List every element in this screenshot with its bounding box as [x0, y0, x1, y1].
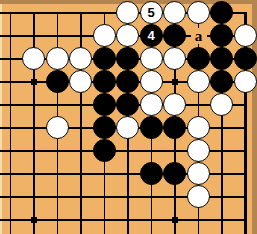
- white-stone-move-5: 5: [140, 1, 163, 24]
- black-stone: [163, 162, 186, 185]
- white-stone: [187, 139, 210, 162]
- white-stone: [187, 116, 210, 139]
- black-stone: [93, 93, 116, 116]
- white-stone: [163, 47, 186, 70]
- white-stone: [163, 93, 186, 116]
- white-stone: [69, 70, 92, 93]
- point-label-a: a: [191, 28, 207, 44]
- white-stone: [234, 24, 257, 47]
- black-stone: [163, 24, 186, 47]
- black-stone: [93, 47, 116, 70]
- white-stone: [46, 47, 69, 70]
- white-stone: [22, 47, 45, 70]
- black-stone: [116, 47, 139, 70]
- white-stone: [116, 116, 139, 139]
- hoshi-point: [172, 217, 178, 223]
- white-stone: [210, 93, 233, 116]
- black-stone: [46, 70, 69, 93]
- white-stone: [46, 116, 69, 139]
- grid-line-horizontal: [0, 196, 247, 198]
- black-stone: [210, 47, 233, 70]
- grid-line-horizontal: [0, 150, 247, 152]
- white-stone: [234, 70, 257, 93]
- black-stone: [187, 47, 210, 70]
- white-stone: [187, 1, 210, 24]
- white-stone: [140, 47, 163, 70]
- black-stone: [93, 116, 116, 139]
- grid-line-vertical: [10, 12, 12, 234]
- black-stone: [140, 116, 163, 139]
- black-stone: [140, 162, 163, 185]
- black-stone: [210, 1, 233, 24]
- black-stone-move-4: 4: [140, 24, 163, 47]
- white-stone: [140, 70, 163, 93]
- hoshi-point: [172, 79, 178, 85]
- go-board: 54a: [0, 0, 257, 234]
- white-stone: [116, 24, 139, 47]
- black-stone: [116, 70, 139, 93]
- grid-line-horizontal: [0, 219, 247, 221]
- white-stone: [140, 93, 163, 116]
- black-stone: [93, 70, 116, 93]
- white-stone: [187, 162, 210, 185]
- white-stone: [116, 1, 139, 24]
- hoshi-point: [31, 217, 37, 223]
- grid-line-vertical: [33, 12, 35, 234]
- grid-line-vertical: [80, 12, 82, 234]
- white-stone: [163, 1, 186, 24]
- black-stone: [210, 70, 233, 93]
- white-stone: [187, 185, 210, 208]
- white-stone: [187, 70, 210, 93]
- white-stone: [93, 24, 116, 47]
- black-stone: [210, 24, 233, 47]
- black-stone: [93, 139, 116, 162]
- black-stone: [116, 93, 139, 116]
- white-stone: [69, 47, 92, 70]
- hoshi-point: [31, 79, 37, 85]
- black-stone: [234, 47, 257, 70]
- black-stone: [163, 116, 186, 139]
- grid-line-horizontal: [0, 173, 247, 175]
